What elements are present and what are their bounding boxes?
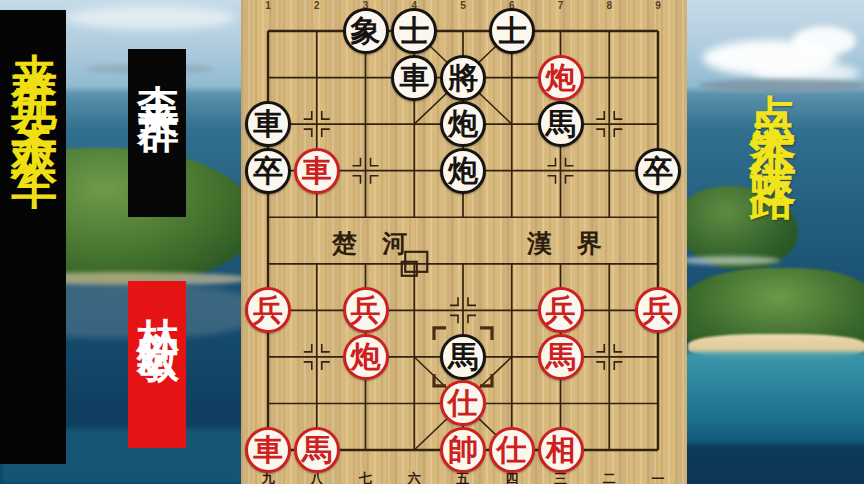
- headline-banner: 来群无车杀双车: [0, 10, 66, 464]
- file-label-bottom: 二: [600, 470, 618, 484]
- piece-red-soldier[interactable]: 兵: [343, 287, 389, 333]
- piece-red-advisor[interactable]: 仕: [489, 427, 535, 473]
- piece-black-cannon[interactable]: 炮: [440, 101, 486, 147]
- piece-red-horse[interactable]: 馬: [538, 334, 584, 380]
- piece-black-soldier[interactable]: 卒: [635, 148, 681, 194]
- piece-black-chariot[interactable]: 車: [245, 101, 291, 147]
- piece-red-soldier[interactable]: 兵: [538, 287, 584, 333]
- piece-black-elephant[interactable]: 象: [343, 8, 389, 54]
- file-label-bottom: 七: [357, 470, 375, 484]
- file-label-bottom: 六: [405, 470, 423, 484]
- piece-red-horse[interactable]: 馬: [294, 427, 340, 473]
- cloud: [66, 6, 236, 30]
- piece-red-chariot[interactable]: 車: [245, 427, 291, 473]
- xiangqi-board: 楚河 漢界 123456789九八七六五四三二一象士士車將炮車炮馬卒車炮卒兵兵兵…: [241, 0, 687, 484]
- piece-black-soldier[interactable]: 卒: [245, 148, 291, 194]
- file-label-bottom: 一: [649, 470, 667, 484]
- last-move-target-bracket: [480, 328, 492, 340]
- last-move-target-bracket: [434, 374, 446, 386]
- last-move-target-bracket: [480, 374, 492, 386]
- cloud: [792, 26, 856, 56]
- piece-black-general[interactable]: 將: [440, 55, 486, 101]
- file-label-top: 8: [602, 0, 616, 11]
- piece-red-cannon[interactable]: 炮: [538, 55, 584, 101]
- file-label-top: 7: [554, 0, 568, 11]
- piece-black-horse[interactable]: 馬: [440, 334, 486, 380]
- file-label-top: 1: [261, 0, 275, 11]
- thumbnail-root: 楚河 漢界 123456789九八七六五四三二一象士士車將炮車炮馬卒車炮卒兵兵兵…: [0, 0, 864, 484]
- piece-red-elephant[interactable]: 相: [538, 427, 584, 473]
- player-name-red: 林宏敏: [128, 281, 186, 448]
- player-name-black: 李来群: [128, 49, 186, 217]
- piece-black-chariot[interactable]: 車: [391, 55, 437, 101]
- file-label-top: 5: [456, 0, 470, 11]
- piece-black-advisor[interactable]: 士: [489, 8, 535, 54]
- piece-black-advisor[interactable]: 士: [391, 8, 437, 54]
- piece-black-horse[interactable]: 馬: [538, 101, 584, 147]
- last-move-target-bracket: [434, 328, 446, 340]
- piece-red-cannon[interactable]: 炮: [343, 334, 389, 380]
- file-label-top: 2: [310, 0, 324, 11]
- piece-red-chariot[interactable]: 車: [294, 148, 340, 194]
- file-label-top: 9: [651, 0, 665, 11]
- piece-red-general[interactable]: 帥: [440, 427, 486, 473]
- piece-black-cannon[interactable]: 炮: [440, 148, 486, 194]
- subscribe-banner: 点关注不迷路: [749, 56, 805, 454]
